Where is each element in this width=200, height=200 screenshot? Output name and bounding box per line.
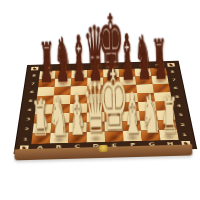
piece-black-pawn-a7: ♟ (39, 51, 53, 88)
piece-white-rook-h1: ♜ (160, 93, 178, 141)
brass-clasp-icon (99, 145, 108, 152)
piece-black-pawn-h7: ♟ (153, 48, 167, 85)
photo-tilt-wrapper: ♞ABCDEFGH♞8♜♞♝♛♚♝♞♜87♟♟♟♟♟♟♟♟7665544332♟… (0, 0, 200, 200)
corner-inlay-icon: ♞ (167, 63, 175, 67)
right-rank-label-1: 1 (177, 129, 192, 140)
product-photo: ♞ABCDEFGH♞8♜♞♝♛♚♝♞♜87♟♟♟♟♟♟♟♟7665544332♟… (0, 0, 200, 200)
piece-white-knight-g1: ♞ (140, 87, 161, 142)
chess-board: ♞ABCDEFGH♞8♜♞♝♛♚♝♞♜87♟♟♟♟♟♟♟♟7665544332♟… (17, 62, 193, 152)
corner-inlay-icon: ♞ (31, 67, 39, 71)
square-b1: ♞ (50, 133, 69, 144)
perspective-scene: ♞ABCDEFGH♞8♜♞♝♛♚♝♞♜87♟♟♟♟♟♟♟♟7665544332♟… (22, 21, 186, 185)
square-a1: ♜ (31, 133, 50, 144)
square-g1: ♞ (141, 130, 161, 141)
square-h1: ♜ (159, 130, 179, 141)
piece-black-pawn-g7: ♟ (137, 48, 151, 85)
square-f1: ♝ (123, 131, 142, 142)
left-rank-label-1: 1 (18, 134, 32, 145)
piece-white-bishop-f1: ♝ (121, 85, 143, 142)
piece-white-rook-a1: ♜ (31, 96, 49, 144)
square-e1: ♚ (105, 131, 124, 142)
piece-white-knight-b1: ♞ (48, 89, 69, 144)
